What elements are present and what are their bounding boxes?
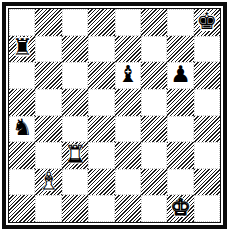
square-c5[interactable] <box>62 89 88 116</box>
square-f1[interactable] <box>141 195 167 222</box>
piece-black-pawn[interactable]: ♟ <box>170 63 191 86</box>
square-f6[interactable] <box>141 62 167 89</box>
square-b7[interactable] <box>35 36 61 63</box>
square-a8[interactable] <box>9 9 35 36</box>
square-e5[interactable] <box>115 89 141 116</box>
square-b5[interactable] <box>35 89 61 116</box>
square-a2[interactable] <box>9 169 35 196</box>
board-frame: ♚♜♝♟♞♜♝♚ <box>2 2 227 229</box>
square-b4[interactable] <box>35 116 61 143</box>
square-b2[interactable]: ♝ <box>35 169 61 196</box>
piece-black-bishop[interactable]: ♝ <box>117 63 138 86</box>
square-f3[interactable] <box>141 142 167 169</box>
piece-black-king[interactable]: ♚ <box>197 10 218 33</box>
piece-black-knight[interactable]: ♞ <box>12 116 33 139</box>
square-f8[interactable] <box>141 9 167 36</box>
square-e7[interactable] <box>115 36 141 63</box>
square-f2[interactable] <box>141 169 167 196</box>
square-d1[interactable] <box>88 195 114 222</box>
square-d3[interactable] <box>88 142 114 169</box>
square-d2[interactable] <box>88 169 114 196</box>
square-b3[interactable] <box>35 142 61 169</box>
square-b6[interactable] <box>35 62 61 89</box>
square-b1[interactable] <box>35 195 61 222</box>
square-d8[interactable] <box>88 9 114 36</box>
square-f7[interactable] <box>141 36 167 63</box>
piece-white-bishop[interactable]: ♝ <box>38 170 59 193</box>
square-h8[interactable]: ♚ <box>194 9 220 36</box>
square-g1[interactable]: ♚ <box>167 195 193 222</box>
chess-board: ♚♜♝♟♞♜♝♚ <box>9 9 220 222</box>
square-a3[interactable] <box>9 142 35 169</box>
square-g3[interactable] <box>167 142 193 169</box>
square-c6[interactable] <box>62 62 88 89</box>
square-d6[interactable] <box>88 62 114 89</box>
chess-diagram: ♚♜♝♟♞♜♝♚ <box>0 0 233 235</box>
square-g5[interactable] <box>167 89 193 116</box>
piece-white-rook[interactable]: ♜ <box>65 143 86 166</box>
square-h2[interactable] <box>194 169 220 196</box>
square-g8[interactable] <box>167 9 193 36</box>
square-c3[interactable]: ♜ <box>62 142 88 169</box>
square-g4[interactable] <box>167 116 193 143</box>
piece-black-rook[interactable]: ♜ <box>12 36 33 59</box>
square-c2[interactable] <box>62 169 88 196</box>
square-c7[interactable] <box>62 36 88 63</box>
square-e6[interactable]: ♝ <box>115 62 141 89</box>
square-a6[interactable] <box>9 62 35 89</box>
square-f5[interactable] <box>141 89 167 116</box>
square-h4[interactable] <box>194 116 220 143</box>
square-h7[interactable] <box>194 36 220 63</box>
square-g7[interactable] <box>167 36 193 63</box>
square-d5[interactable] <box>88 89 114 116</box>
square-e1[interactable] <box>115 195 141 222</box>
square-a7[interactable]: ♜ <box>9 36 35 63</box>
square-f4[interactable] <box>141 116 167 143</box>
square-b8[interactable] <box>35 9 61 36</box>
square-g6[interactable]: ♟ <box>167 62 193 89</box>
square-e8[interactable] <box>115 9 141 36</box>
piece-white-king[interactable]: ♚ <box>170 196 191 219</box>
square-e4[interactable] <box>115 116 141 143</box>
square-a4[interactable]: ♞ <box>9 116 35 143</box>
square-c1[interactable] <box>62 195 88 222</box>
board-inner-frame: ♚♜♝♟♞♜♝♚ <box>8 8 221 223</box>
square-a1[interactable] <box>9 195 35 222</box>
square-h1[interactable] <box>194 195 220 222</box>
square-e3[interactable] <box>115 142 141 169</box>
square-g2[interactable] <box>167 169 193 196</box>
square-c4[interactable] <box>62 116 88 143</box>
square-h3[interactable] <box>194 142 220 169</box>
square-h6[interactable] <box>194 62 220 89</box>
square-d7[interactable] <box>88 36 114 63</box>
square-h5[interactable] <box>194 89 220 116</box>
square-c8[interactable] <box>62 9 88 36</box>
square-d4[interactable] <box>88 116 114 143</box>
square-a5[interactable] <box>9 89 35 116</box>
square-e2[interactable] <box>115 169 141 196</box>
